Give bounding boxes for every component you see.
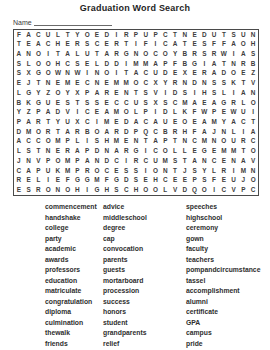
grid-cell[interactable]: C — [160, 30, 170, 40]
grid-cell[interactable]: N — [24, 156, 34, 166]
grid-cell[interactable]: G — [92, 185, 102, 195]
grid-cell[interactable]: G — [121, 49, 131, 59]
grid-cell[interactable]: S — [82, 98, 92, 108]
grid-cell[interactable]: E — [170, 69, 180, 79]
grid-cell[interactable]: E — [102, 79, 112, 89]
grid-cell[interactable]: E — [170, 176, 180, 186]
grid-cell[interactable]: P — [73, 156, 83, 166]
grid-cell[interactable]: O — [34, 127, 44, 137]
grid-cell[interactable]: I — [43, 176, 53, 186]
grid-cell[interactable]: C — [141, 79, 151, 89]
grid-cell[interactable]: S — [199, 176, 209, 186]
grid-cell[interactable]: C — [121, 185, 131, 195]
grid-cell[interactable]: C — [112, 156, 122, 166]
grid-cell[interactable]: N — [248, 166, 258, 176]
grid-cell[interactable]: R — [73, 127, 83, 137]
grid-cell[interactable]: R — [209, 49, 219, 59]
grid-cell[interactable]: D — [102, 156, 112, 166]
grid-cell[interactable]: M — [63, 79, 73, 89]
grid-cell[interactable]: M — [92, 176, 102, 186]
grid-cell[interactable]: L — [209, 166, 219, 176]
grid-cell[interactable]: H — [131, 185, 141, 195]
grid-cell[interactable]: I — [199, 59, 209, 69]
grid-cell[interactable]: C — [160, 40, 170, 50]
grid-cell[interactable]: T — [219, 30, 229, 40]
grid-cell[interactable]: E — [92, 30, 102, 40]
name-input-line[interactable] — [34, 17, 112, 26]
grid-cell[interactable]: S — [92, 98, 102, 108]
grid-cell[interactable]: P — [160, 59, 170, 69]
grid-cell[interactable]: F — [219, 40, 229, 50]
grid-cell[interactable]: O — [151, 166, 161, 176]
grid-cell[interactable]: O — [43, 59, 53, 69]
grid-cell[interactable]: I — [151, 40, 161, 50]
grid-cell[interactable]: G — [131, 146, 141, 156]
grid-cell[interactable]: D — [160, 108, 170, 118]
grid-cell[interactable]: O — [63, 185, 73, 195]
grid-cell[interactable]: C — [92, 40, 102, 50]
grid-cell[interactable]: A — [248, 127, 258, 137]
grid-cell[interactable]: V — [248, 156, 258, 166]
grid-cell[interactable]: R — [112, 49, 122, 59]
grid-cell[interactable]: M — [160, 156, 170, 166]
grid-cell[interactable]: J — [14, 156, 24, 166]
grid-cell[interactable]: X — [151, 79, 161, 89]
grid-cell[interactable]: X — [73, 88, 83, 98]
grid-cell[interactable]: E — [53, 146, 63, 156]
grid-cell[interactable]: A — [102, 49, 112, 59]
grid-cell[interactable]: M — [131, 59, 141, 69]
grid-cell[interactable]: R — [112, 40, 122, 50]
grid-cell[interactable]: A — [229, 117, 239, 127]
grid-cell[interactable]: E — [112, 117, 122, 127]
grid-cell[interactable]: W — [219, 49, 229, 59]
grid-cell[interactable]: O — [180, 117, 190, 127]
grid-cell[interactable]: I — [141, 146, 151, 156]
grid-cell[interactable]: S — [112, 185, 122, 195]
grid-cell[interactable]: A — [209, 59, 219, 69]
grid-cell[interactable]: D — [180, 185, 190, 195]
grid-cell[interactable]: G — [82, 176, 92, 186]
grid-cell[interactable]: S — [160, 98, 170, 108]
grid-cell[interactable]: S — [199, 49, 209, 59]
grid-cell[interactable]: K — [53, 166, 63, 176]
grid-cell[interactable]: E — [112, 88, 122, 98]
grid-cell[interactable]: O — [248, 176, 258, 186]
grid-cell[interactable]: X — [151, 98, 161, 108]
grid-cell[interactable]: I — [229, 49, 239, 59]
grid-cell[interactable]: D — [53, 108, 63, 118]
grid-cell[interactable]: O — [160, 146, 170, 156]
grid-cell[interactable]: E — [141, 176, 151, 186]
grid-cell[interactable]: O — [151, 185, 161, 195]
grid-cell[interactable]: T — [141, 137, 151, 147]
grid-cell[interactable]: N — [248, 88, 258, 98]
grid-cell[interactable]: N — [92, 69, 102, 79]
grid-cell[interactable]: O — [160, 49, 170, 59]
grid-cell[interactable]: M — [112, 79, 122, 89]
grid-cell[interactable]: P — [34, 108, 44, 118]
grid-cell[interactable]: T — [180, 156, 190, 166]
grid-cell[interactable]: N — [102, 146, 112, 156]
grid-cell[interactable]: X — [73, 117, 83, 127]
grid-cell[interactable]: B — [14, 98, 24, 108]
grid-cell[interactable]: T — [131, 88, 141, 98]
grid-cell[interactable]: R — [238, 59, 248, 69]
grid-cell[interactable]: F — [141, 40, 151, 50]
grid-cell[interactable]: T — [63, 30, 73, 40]
grid-cell[interactable]: A — [209, 98, 219, 108]
grid-cell[interactable]: C — [170, 98, 180, 108]
grid-cell[interactable]: G — [24, 88, 34, 98]
grid-cell[interactable]: R — [121, 30, 131, 40]
grid-cell[interactable]: E — [190, 117, 200, 127]
grid-cell[interactable]: A — [63, 49, 73, 59]
grid-cell[interactable]: A — [131, 117, 141, 127]
grid-cell[interactable]: N — [248, 30, 258, 40]
grid-cell[interactable]: M — [112, 137, 122, 147]
grid-cell[interactable]: J — [209, 127, 219, 137]
grid-cell[interactable]: C — [151, 146, 161, 156]
grid-cell[interactable]: H — [248, 40, 258, 50]
grid-cell[interactable]: S — [14, 59, 24, 69]
grid-cell[interactable]: L — [14, 146, 24, 156]
grid-cell[interactable]: D — [92, 146, 102, 156]
grid-cell[interactable]: C — [141, 156, 151, 166]
grid-cell[interactable]: M — [24, 127, 34, 137]
grid-cell[interactable]: D — [199, 30, 209, 40]
grid-cell[interactable]: T — [43, 117, 53, 127]
grid-cell[interactable]: A — [102, 108, 112, 118]
grid-cell[interactable]: W — [229, 108, 239, 118]
grid-cell[interactable]: L — [92, 59, 102, 69]
grid-cell[interactable]: E — [238, 69, 248, 79]
grid-cell[interactable]: S — [131, 176, 141, 186]
grid-cell[interactable]: G — [34, 98, 44, 108]
grid-cell[interactable]: N — [219, 127, 229, 137]
grid-cell[interactable]: R — [82, 166, 92, 176]
grid-cell[interactable]: N — [199, 79, 209, 89]
grid-cell[interactable]: D — [121, 117, 131, 127]
grid-cell[interactable]: R — [43, 127, 53, 137]
grid-cell[interactable]: R — [112, 127, 122, 137]
grid-cell[interactable]: T — [53, 49, 63, 59]
grid-cell[interactable]: E — [14, 79, 24, 89]
grid-cell[interactable]: H — [73, 185, 83, 195]
grid-cell[interactable]: I — [121, 59, 131, 69]
grid-cell[interactable]: M — [63, 156, 73, 166]
grid-cell[interactable]: I — [190, 88, 200, 98]
grid-cell[interactable]: V — [248, 79, 258, 89]
grid-cell[interactable]: I — [73, 108, 83, 118]
grid-cell[interactable]: S — [63, 98, 73, 108]
grid-cell[interactable]: A — [14, 49, 24, 59]
grid-cell[interactable]: C — [112, 98, 122, 108]
grid-cell[interactable]: C — [63, 59, 73, 69]
grid-cell[interactable]: E — [24, 40, 34, 50]
grid-cell[interactable]: O — [43, 185, 53, 195]
grid-cell[interactable]: O — [248, 146, 258, 156]
grid-cell[interactable]: W — [53, 69, 63, 79]
grid-cell[interactable]: H — [199, 88, 209, 98]
grid-cell[interactable]: I — [238, 127, 248, 137]
grid-cell[interactable]: M — [53, 137, 63, 147]
grid-cell[interactable]: A — [34, 40, 44, 50]
grid-cell[interactable]: U — [209, 30, 219, 40]
grid-cell[interactable]: E — [121, 137, 131, 147]
grid-cell[interactable]: V — [151, 88, 161, 98]
grid-cell[interactable]: I — [141, 166, 151, 176]
grid-cell[interactable]: R — [219, 166, 229, 176]
grid-cell[interactable]: T — [73, 98, 83, 108]
grid-cell[interactable]: N — [43, 79, 53, 89]
grid-cell[interactable]: U — [151, 156, 161, 166]
grid-cell[interactable]: C — [82, 108, 92, 118]
grid-cell[interactable]: N — [92, 156, 102, 166]
grid-cell[interactable]: U — [63, 117, 73, 127]
grid-cell[interactable]: E — [219, 156, 229, 166]
grid-cell[interactable]: H — [180, 127, 190, 137]
grid-cell[interactable]: P — [141, 108, 151, 118]
grid-cell[interactable]: P — [209, 108, 219, 118]
grid-cell[interactable]: A — [151, 59, 161, 69]
grid-cell[interactable]: C — [238, 117, 248, 127]
grid-cell[interactable]: F — [209, 176, 219, 186]
grid-cell[interactable]: R — [121, 146, 131, 156]
grid-cell[interactable]: G — [190, 59, 200, 69]
grid-cell[interactable]: A — [238, 49, 248, 59]
grid-cell[interactable]: M — [63, 166, 73, 176]
grid-cell[interactable]: U — [160, 117, 170, 127]
grid-cell[interactable]: C — [248, 185, 258, 195]
grid-cell[interactable]: G — [34, 69, 44, 79]
grid-cell[interactable]: I — [82, 137, 92, 147]
grid-cell[interactable]: T — [238, 146, 248, 156]
grid-cell[interactable]: M — [219, 146, 229, 156]
grid-cell[interactable]: C — [160, 176, 170, 186]
grid-cell[interactable]: A — [102, 127, 112, 137]
grid-cell[interactable]: T — [121, 69, 131, 79]
grid-cell[interactable]: A — [151, 117, 161, 127]
grid-cell[interactable]: E — [199, 98, 209, 108]
grid-cell[interactable]: O — [82, 30, 92, 40]
grid-cell[interactable]: Y — [34, 88, 44, 98]
grid-cell[interactable]: C — [34, 30, 44, 40]
grid-cell[interactable]: F — [170, 59, 180, 69]
grid-cell[interactable]: C — [151, 127, 161, 137]
grid-cell[interactable]: N — [121, 88, 131, 98]
grid-cell[interactable]: E — [219, 108, 229, 118]
grid-cell[interactable]: D — [121, 127, 131, 137]
grid-cell[interactable]: I — [131, 40, 141, 50]
grid-cell[interactable]: L — [73, 137, 83, 147]
grid-cell[interactable]: O — [34, 49, 44, 59]
grid-cell[interactable]: T — [92, 49, 102, 59]
grid-cell[interactable]: Y — [73, 30, 83, 40]
grid-cell[interactable]: W — [199, 108, 209, 118]
grid-cell[interactable]: O — [92, 127, 102, 137]
grid-cell[interactable]: I — [248, 108, 258, 118]
grid-cell[interactable]: N — [180, 30, 190, 40]
grid-cell[interactable]: L — [160, 185, 170, 195]
grid-cell[interactable]: E — [190, 146, 200, 156]
grid-cell[interactable]: K — [180, 108, 190, 118]
grid-cell[interactable]: Y — [170, 49, 180, 59]
grid-cell[interactable]: L — [24, 59, 34, 69]
grid-cell[interactable]: O — [238, 40, 248, 50]
grid-cell[interactable]: T — [34, 79, 44, 89]
grid-cell[interactable]: S — [121, 166, 131, 176]
grid-cell[interactable]: P — [73, 166, 83, 176]
grid-cell[interactable]: F — [102, 176, 112, 186]
grid-cell[interactable]: H — [102, 185, 112, 195]
grid-cell[interactable]: I — [229, 88, 239, 98]
grid-cell[interactable]: G — [73, 176, 83, 186]
grid-cell[interactable]: A — [73, 146, 83, 156]
grid-cell[interactable]: R — [170, 127, 180, 137]
grid-cell[interactable]: E — [180, 176, 190, 186]
grid-cell[interactable]: A — [199, 117, 209, 127]
grid-cell[interactable]: L — [170, 146, 180, 156]
grid-cell[interactable]: H — [102, 137, 112, 147]
grid-cell[interactable]: Q — [141, 127, 151, 137]
grid-cell[interactable]: V — [63, 108, 73, 118]
grid-cell[interactable]: L — [73, 49, 83, 59]
grid-cell[interactable]: C — [102, 166, 112, 176]
grid-cell[interactable]: S — [141, 98, 151, 108]
grid-cell[interactable]: N — [160, 166, 170, 176]
grid-cell[interactable]: D — [102, 30, 112, 40]
grid-cell[interactable]: E — [102, 98, 112, 108]
grid-cell[interactable]: U — [151, 69, 161, 79]
grid-cell[interactable]: T — [53, 127, 63, 137]
grid-cell[interactable]: C — [82, 79, 92, 89]
grid-cell[interactable]: U — [238, 30, 248, 40]
grid-cell[interactable]: E — [102, 40, 112, 50]
grid-cell[interactable]: O — [121, 108, 131, 118]
grid-cell[interactable]: K — [229, 79, 239, 89]
grid-cell[interactable]: M — [209, 117, 219, 127]
grid-cell[interactable]: T — [34, 146, 44, 156]
grid-cell[interactable]: A — [43, 108, 53, 118]
grid-cell[interactable]: U — [229, 176, 239, 186]
grid-cell[interactable]: E — [190, 40, 200, 50]
grid-cell[interactable]: P — [131, 127, 141, 137]
grid-cell[interactable]: B — [160, 127, 170, 137]
grid-cell[interactable]: X — [24, 69, 34, 79]
grid-cell[interactable]: L — [53, 30, 63, 40]
grid-cell[interactable]: C — [24, 137, 34, 147]
grid-cell[interactable]: T — [121, 40, 131, 50]
grid-cell[interactable]: V — [34, 156, 44, 166]
grid-cell[interactable]: R — [238, 137, 248, 147]
grid-cell[interactable]: O — [92, 166, 102, 176]
grid-cell[interactable]: G — [199, 146, 209, 156]
grid-cell[interactable]: M — [121, 79, 131, 89]
grid-cell[interactable]: Y — [199, 166, 209, 176]
grid-cell[interactable]: L — [34, 176, 44, 186]
grid-cell[interactable]: E — [73, 79, 83, 89]
grid-cell[interactable]: T — [180, 40, 190, 50]
grid-cell[interactable]: B — [248, 59, 258, 69]
grid-cell[interactable]: E — [14, 185, 24, 195]
grid-cell[interactable]: I — [209, 185, 219, 195]
grid-cell[interactable]: L — [229, 127, 239, 137]
grid-cell[interactable]: O — [141, 49, 151, 59]
grid-cell[interactable]: F — [63, 176, 73, 186]
grid-cell[interactable]: Q — [190, 185, 200, 195]
grid-cell[interactable]: E — [82, 59, 92, 69]
grid-cell[interactable]: C — [151, 49, 161, 59]
grid-cell[interactable]: F — [190, 127, 200, 137]
grid-cell[interactable]: O — [141, 185, 151, 195]
grid-cell[interactable]: S — [248, 49, 258, 59]
grid-cell[interactable]: I — [82, 69, 92, 79]
grid-cell[interactable]: L — [238, 98, 248, 108]
grid-cell[interactable]: Y — [14, 108, 24, 118]
grid-cell[interactable]: V — [170, 185, 180, 195]
grid-cell[interactable]: P — [160, 137, 170, 147]
grid-cell[interactable]: T — [248, 117, 258, 127]
grid-cell[interactable]: E — [112, 166, 122, 176]
grid-cell[interactable]: P — [190, 176, 200, 186]
grid-cell[interactable]: M — [180, 98, 190, 108]
grid-cell[interactable]: S — [170, 156, 180, 166]
grid-cell[interactable]: D — [190, 79, 200, 89]
grid-cell[interactable]: E — [53, 98, 63, 108]
grid-cell[interactable]: R — [63, 146, 73, 156]
grid-cell[interactable]: P — [131, 30, 141, 40]
grid-cell[interactable]: A — [151, 137, 161, 147]
grid-cell[interactable]: A — [238, 156, 248, 166]
grid-cell[interactable]: U — [82, 49, 92, 59]
grid-cell[interactable]: R — [34, 117, 44, 127]
grid-cell[interactable]: U — [43, 98, 53, 108]
grid-cell[interactable]: P — [82, 146, 92, 156]
grid-cell[interactable]: D — [14, 127, 24, 137]
grid-cell[interactable]: Y — [219, 117, 229, 127]
grid-cell[interactable]: U — [131, 98, 141, 108]
grid-cell[interactable]: M — [238, 166, 248, 176]
grid-cell[interactable]: A — [82, 156, 92, 166]
grid-cell[interactable]: D — [112, 59, 122, 69]
grid-cell[interactable]: Y — [63, 88, 73, 98]
grid-cell[interactable]: N — [180, 137, 190, 147]
grid-cell[interactable]: A — [199, 127, 209, 137]
grid-cell[interactable]: A — [170, 40, 180, 50]
grid-cell[interactable]: I — [92, 117, 102, 127]
grid-cell[interactable]: D — [102, 59, 112, 69]
grid-cell[interactable]: P — [14, 117, 24, 127]
grid-cell[interactable]: C — [141, 117, 151, 127]
grid-cell[interactable]: Z — [248, 69, 258, 79]
grid-cell[interactable]: E — [53, 79, 63, 89]
grid-cell[interactable]: A — [63, 127, 73, 137]
grid-cell[interactable]: O — [53, 156, 63, 166]
grid-cell[interactable]: J — [238, 176, 248, 186]
grid-cell[interactable]: R — [14, 176, 24, 186]
grid-cell[interactable]: R — [170, 79, 180, 89]
grid-cell[interactable]: J — [180, 166, 190, 176]
grid-cell[interactable]: O — [43, 69, 53, 79]
grid-cell[interactable]: U — [229, 137, 239, 147]
grid-cell[interactable]: I — [82, 185, 92, 195]
grid-cell[interactable]: I — [112, 69, 122, 79]
grid-cell[interactable]: E — [92, 108, 102, 118]
grid-cell[interactable]: N — [131, 49, 141, 59]
grid-cell[interactable]: O — [131, 79, 141, 89]
grid-cell[interactable]: P — [82, 88, 92, 98]
